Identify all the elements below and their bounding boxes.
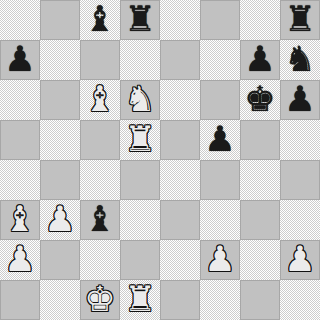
piece-black-pawn[interactable]: ♟ [4, 40, 35, 79]
square-h8[interactable]: ♜ [280, 0, 320, 40]
square-g3[interactable] [240, 200, 280, 240]
square-b5[interactable] [40, 120, 80, 160]
piece-black-pawn[interactable]: ♟ [284, 80, 315, 119]
square-a4[interactable] [0, 160, 40, 200]
square-c4[interactable] [80, 160, 120, 200]
piece-white-pawn[interactable]: ♟ [44, 200, 75, 239]
square-h5[interactable] [280, 120, 320, 160]
square-c6[interactable]: ♝ [80, 80, 120, 120]
chess-board: ♝♜♜♟♟♞♝♞♚♟♜♟♝♟♝♟♟♟♚♜ [0, 0, 320, 320]
square-c5[interactable] [80, 120, 120, 160]
square-d6[interactable]: ♞ [120, 80, 160, 120]
piece-white-pawn[interactable]: ♟ [204, 240, 235, 279]
piece-black-rook[interactable]: ♜ [284, 0, 315, 39]
piece-white-pawn[interactable]: ♟ [4, 240, 35, 279]
square-a8[interactable] [0, 0, 40, 40]
square-c1[interactable]: ♚ [80, 280, 120, 320]
square-e5[interactable] [160, 120, 200, 160]
square-d8[interactable]: ♜ [120, 0, 160, 40]
piece-white-bishop[interactable]: ♝ [84, 80, 115, 119]
square-e2[interactable] [160, 240, 200, 280]
square-f1[interactable] [200, 280, 240, 320]
square-g6[interactable]: ♚ [240, 80, 280, 120]
piece-white-rook[interactable]: ♜ [124, 280, 155, 319]
square-c3[interactable]: ♝ [80, 200, 120, 240]
square-d7[interactable] [120, 40, 160, 80]
square-b6[interactable] [40, 80, 80, 120]
square-c8[interactable]: ♝ [80, 0, 120, 40]
square-g8[interactable] [240, 0, 280, 40]
piece-white-pawn[interactable]: ♟ [284, 240, 315, 279]
piece-black-bishop[interactable]: ♝ [84, 200, 115, 239]
square-a3[interactable]: ♝ [0, 200, 40, 240]
square-e1[interactable] [160, 280, 200, 320]
square-h3[interactable] [280, 200, 320, 240]
piece-black-rook[interactable]: ♜ [124, 0, 155, 39]
square-f4[interactable] [200, 160, 240, 200]
piece-white-rook[interactable]: ♜ [124, 120, 155, 159]
piece-black-pawn[interactable]: ♟ [204, 120, 235, 159]
piece-black-king[interactable]: ♚ [244, 80, 275, 119]
piece-white-king[interactable]: ♚ [84, 280, 115, 319]
square-g1[interactable] [240, 280, 280, 320]
square-b2[interactable] [40, 240, 80, 280]
square-g4[interactable] [240, 160, 280, 200]
square-b7[interactable] [40, 40, 80, 80]
square-h6[interactable]: ♟ [280, 80, 320, 120]
square-a1[interactable] [0, 280, 40, 320]
square-d3[interactable] [120, 200, 160, 240]
square-c2[interactable] [80, 240, 120, 280]
square-h1[interactable] [280, 280, 320, 320]
square-b1[interactable] [40, 280, 80, 320]
square-d5[interactable]: ♜ [120, 120, 160, 160]
square-e7[interactable] [160, 40, 200, 80]
square-d1[interactable]: ♜ [120, 280, 160, 320]
square-b3[interactable]: ♟ [40, 200, 80, 240]
square-h4[interactable] [280, 160, 320, 200]
square-d2[interactable] [120, 240, 160, 280]
square-f7[interactable] [200, 40, 240, 80]
piece-black-pawn[interactable]: ♟ [244, 40, 275, 79]
piece-white-bishop[interactable]: ♝ [4, 200, 35, 239]
square-e6[interactable] [160, 80, 200, 120]
square-b8[interactable] [40, 0, 80, 40]
square-f6[interactable] [200, 80, 240, 120]
square-a2[interactable]: ♟ [0, 240, 40, 280]
square-a5[interactable] [0, 120, 40, 160]
piece-black-knight[interactable]: ♞ [284, 40, 315, 79]
square-g2[interactable] [240, 240, 280, 280]
square-g5[interactable] [240, 120, 280, 160]
piece-white-knight[interactable]: ♞ [124, 80, 155, 119]
square-e4[interactable] [160, 160, 200, 200]
square-a7[interactable]: ♟ [0, 40, 40, 80]
square-h7[interactable]: ♞ [280, 40, 320, 80]
square-f3[interactable] [200, 200, 240, 240]
square-g7[interactable]: ♟ [240, 40, 280, 80]
square-f2[interactable]: ♟ [200, 240, 240, 280]
square-f5[interactable]: ♟ [200, 120, 240, 160]
square-d4[interactable] [120, 160, 160, 200]
square-a6[interactable] [0, 80, 40, 120]
square-h2[interactable]: ♟ [280, 240, 320, 280]
square-e8[interactable] [160, 0, 200, 40]
square-e3[interactable] [160, 200, 200, 240]
square-f8[interactable] [200, 0, 240, 40]
square-b4[interactable] [40, 160, 80, 200]
square-c7[interactable] [80, 40, 120, 80]
piece-black-bishop[interactable]: ♝ [84, 0, 115, 39]
